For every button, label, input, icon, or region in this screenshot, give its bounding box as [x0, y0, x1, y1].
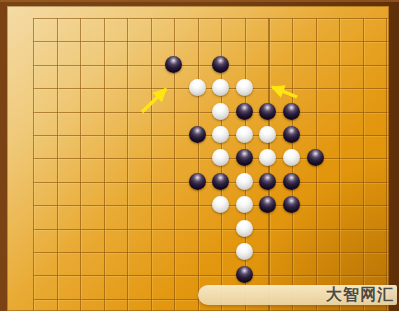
black-stone	[212, 56, 229, 73]
white-stone	[189, 79, 206, 96]
black-stone	[236, 103, 253, 120]
black-stone	[259, 103, 276, 120]
black-stone	[189, 173, 206, 190]
white-stone	[236, 220, 253, 237]
black-stone	[165, 56, 182, 73]
black-stone	[283, 173, 300, 190]
black-stone	[259, 173, 276, 190]
watermark-text: 大智网汇	[326, 287, 394, 303]
black-stone	[236, 149, 253, 166]
black-stone	[307, 149, 324, 166]
black-stone	[283, 196, 300, 213]
white-stone	[259, 149, 276, 166]
frame-top-highlight	[0, 0, 399, 2]
gomoku-board[interactable]	[7, 6, 389, 311]
white-stone	[236, 79, 253, 96]
white-stone	[236, 173, 253, 190]
white-stone	[236, 126, 253, 143]
black-stone	[259, 196, 276, 213]
white-stone	[283, 149, 300, 166]
white-stone	[236, 243, 253, 260]
black-stone	[283, 126, 300, 143]
black-stone	[283, 103, 300, 120]
black-stone	[212, 173, 229, 190]
white-stone	[212, 149, 229, 166]
watermark-badge: 大智网汇	[198, 285, 397, 305]
black-stone	[189, 126, 206, 143]
white-stone	[236, 196, 253, 213]
white-stone	[212, 79, 229, 96]
white-stone	[212, 196, 229, 213]
gomoku-game-window: 大智网汇	[0, 0, 399, 311]
white-stone	[259, 126, 276, 143]
white-stone	[212, 103, 229, 120]
stones-layer	[21, 6, 389, 310]
white-stone	[212, 126, 229, 143]
black-stone	[236, 266, 253, 283]
